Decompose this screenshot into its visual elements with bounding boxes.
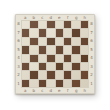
square-a8[interactable] [22,21,29,28]
file-label-g: g [72,89,81,93]
square-c7[interactable] [39,29,46,36]
square-e7[interactable] [56,29,63,36]
file-label-d: d [47,89,56,93]
square-b2[interactable] [30,71,37,78]
rank-label-1: 1 [89,80,94,89]
square-a7[interactable] [22,29,29,36]
square-g3[interactable] [72,63,79,70]
square-h2[interactable] [81,71,88,78]
square-e3[interactable] [56,63,63,70]
file-label-a: a [21,89,30,93]
square-b5[interactable] [30,46,37,53]
rank-label-4: 4 [89,54,94,63]
square-b1[interactable] [30,80,37,87]
square-e4[interactable] [56,55,63,62]
file-label-h: h [81,16,90,20]
square-c6[interactable] [39,38,46,45]
square-d7[interactable] [47,29,54,36]
square-f5[interactable] [64,46,71,53]
square-e5[interactable] [56,46,63,53]
board-grid [21,20,89,88]
square-d6[interactable] [47,38,54,45]
square-d5[interactable] [47,46,54,53]
square-f7[interactable] [64,29,71,36]
square-b3[interactable] [30,63,37,70]
square-b7[interactable] [30,29,37,36]
rank-label-5: 5 [89,46,94,55]
square-b4[interactable] [30,55,37,62]
square-g5[interactable] [72,46,79,53]
file-label-e: e [55,89,64,93]
photo-background: { "game": "chess", "position": { "fen": … [0,0,110,110]
square-h3[interactable] [81,63,88,70]
file-label-c: c [38,89,47,93]
square-c2[interactable] [39,71,46,78]
square-h5[interactable] [81,46,88,53]
rank-label-8: 8 [89,20,94,29]
square-f4[interactable] [64,55,71,62]
square-a2[interactable] [22,71,29,78]
square-e1[interactable] [56,80,63,87]
square-g2[interactable] [72,71,79,78]
square-a4[interactable] [22,55,29,62]
square-e2[interactable] [56,71,63,78]
rank-label-2: 2 [89,71,94,80]
square-f2[interactable] [64,71,71,78]
square-e6[interactable] [56,38,63,45]
file-label-b: b [30,16,39,20]
square-c4[interactable] [39,55,46,62]
square-f8[interactable] [64,21,71,28]
square-d3[interactable] [47,63,54,70]
square-h8[interactable] [81,21,88,28]
square-a5[interactable] [22,46,29,53]
square-d8[interactable] [47,21,54,28]
file-label-d: d [47,16,56,20]
file-label-b: b [30,89,39,93]
square-a3[interactable] [22,63,29,70]
square-a6[interactable] [22,38,29,45]
file-label-f: f [64,89,73,93]
square-b8[interactable] [30,21,37,28]
square-g1[interactable] [72,80,79,87]
square-c3[interactable] [39,63,46,70]
square-d2[interactable] [47,71,54,78]
file-label-g: g [72,16,81,20]
rank-label-7: 7 [89,29,94,38]
file-labels-bottom: abcdefgh [21,88,89,93]
rank-labels-right: 87654321 [89,20,94,88]
file-label-e: e [55,16,64,20]
square-f3[interactable] [64,63,71,70]
square-g6[interactable] [72,38,79,45]
square-f6[interactable] [64,38,71,45]
square-e8[interactable] [56,21,63,28]
file-label-a: a [21,16,30,20]
square-g4[interactable] [72,55,79,62]
square-c8[interactable] [39,21,46,28]
square-d4[interactable] [47,55,54,62]
rank-label-6: 6 [89,37,94,46]
file-label-h: h [81,89,90,93]
file-label-f: f [64,16,73,20]
square-b6[interactable] [30,38,37,45]
rank-label-3: 3 [89,63,94,72]
square-h7[interactable] [81,29,88,36]
square-h6[interactable] [81,38,88,45]
file-label-c: c [38,16,47,20]
chess-board: abcdefgh 87654321 87654321 abcdefgh [15,14,95,94]
square-d1[interactable] [47,80,54,87]
square-g8[interactable] [72,21,79,28]
square-a1[interactable] [22,80,29,87]
square-c1[interactable] [39,80,46,87]
square-g7[interactable] [72,29,79,36]
square-h1[interactable] [81,80,88,87]
square-f1[interactable] [64,80,71,87]
square-c5[interactable] [39,46,46,53]
square-h4[interactable] [81,55,88,62]
